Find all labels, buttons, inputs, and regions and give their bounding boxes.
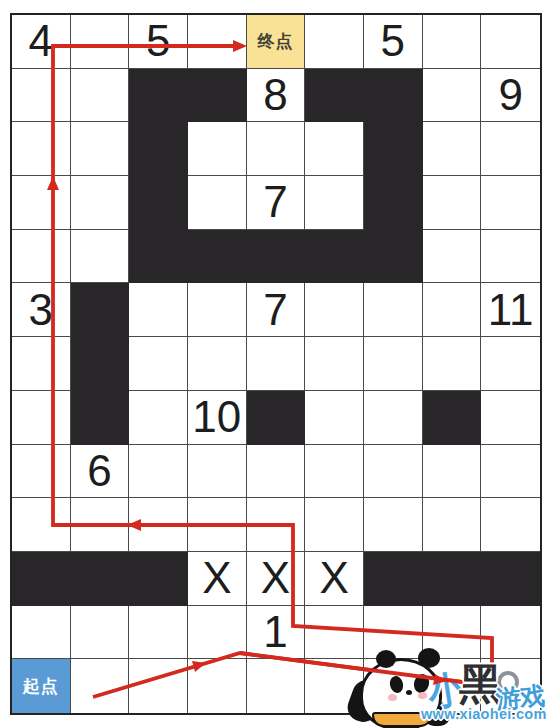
cell-r7c3: [129, 337, 188, 391]
cell-r1c5: 终点: [247, 15, 306, 69]
cell-r1c2: [71, 15, 130, 69]
cell-r13c5: [247, 659, 306, 713]
cell-r9c6: [305, 445, 364, 499]
cell-r9c1: [12, 445, 71, 499]
cell-r7c6: [305, 337, 364, 391]
cell-r7c9: [481, 337, 540, 391]
cell-r10c2: [71, 498, 130, 552]
cell-r5c4: [188, 230, 247, 284]
cell-r12c3: [129, 606, 188, 660]
cell-r10c1: [12, 498, 71, 552]
puzzle-stage: 45终点58973711106XXX1起点 小 黑 游戏 www.xiaohei…: [0, 0, 550, 728]
cell-r6c1: 3: [12, 283, 71, 337]
cell-r13c3: [129, 659, 188, 713]
cell-r8c4: 10: [188, 391, 247, 445]
cell-r8c9: [481, 391, 540, 445]
cell-r10c7: [364, 498, 423, 552]
cell-r4c1: [12, 176, 71, 230]
cell-r1c7: 5: [364, 15, 423, 69]
cell-r5c8: [423, 230, 482, 284]
cell-r7c1: [12, 337, 71, 391]
cell-r1c8: [423, 15, 482, 69]
cell-r7c5: [247, 337, 306, 391]
cell-r4c7: [364, 176, 423, 230]
cell-r6c6: [305, 283, 364, 337]
cell-r13c4: [188, 659, 247, 713]
cell-r9c7: [364, 445, 423, 499]
cell-r6c5: 7: [247, 283, 306, 337]
cell-r13c1: 起点: [12, 659, 71, 713]
cell-r6c9: 11: [481, 283, 540, 337]
cell-r2c5: 8: [247, 69, 306, 123]
cell-r12c6: [305, 606, 364, 660]
cell-r5c3: [129, 230, 188, 284]
cell-r10c6: [305, 498, 364, 552]
cell-r8c7: [364, 391, 423, 445]
cell-r5c5: [247, 230, 306, 284]
cell-r8c5: [247, 391, 306, 445]
cell-r13c7: [364, 659, 423, 713]
cell-r2c2: [71, 69, 130, 123]
cell-r2c9: 9: [481, 69, 540, 123]
cell-r7c7: [364, 337, 423, 391]
cell-r7c4: [188, 337, 247, 391]
cell-r2c1: [12, 69, 71, 123]
cell-r8c8: [423, 391, 482, 445]
cell-r4c2: [71, 176, 130, 230]
cell-r3c3: [129, 122, 188, 176]
cell-r1c3: 5: [129, 15, 188, 69]
cell-r13c9: [481, 659, 540, 713]
cell-r1c9: [481, 15, 540, 69]
cell-r9c8: [423, 445, 482, 499]
cell-r1c6: [305, 15, 364, 69]
cell-r5c9: [481, 230, 540, 284]
cell-r3c8: [423, 122, 482, 176]
cell-r3c9: [481, 122, 540, 176]
cell-r4c6: [305, 176, 364, 230]
cell-r12c7: [364, 606, 423, 660]
cell-r12c2: [71, 606, 130, 660]
cell-r5c6: [305, 230, 364, 284]
cell-r7c8: [423, 337, 482, 391]
cell-r10c3: [129, 498, 188, 552]
cell-r12c8: [423, 606, 482, 660]
cell-r6c7: [364, 283, 423, 337]
cell-r9c5: [247, 445, 306, 499]
cell-r7c2: [71, 337, 130, 391]
cell-r12c5: 1: [247, 606, 306, 660]
cell-r6c8: [423, 283, 482, 337]
cell-r4c3: [129, 176, 188, 230]
cell-r10c9: [481, 498, 540, 552]
cell-r10c8: [423, 498, 482, 552]
cell-r6c2: [71, 283, 130, 337]
cell-r11c4: X: [188, 552, 247, 606]
cell-r11c6: X: [305, 552, 364, 606]
cell-r2c4: [188, 69, 247, 123]
cell-r9c2: 6: [71, 445, 130, 499]
cell-r12c1: [12, 606, 71, 660]
cell-r4c9: [481, 176, 540, 230]
cell-r6c3: [129, 283, 188, 337]
cell-r1c1: 4: [12, 15, 71, 69]
cell-r1c4: [188, 15, 247, 69]
cell-r8c6: [305, 391, 364, 445]
cell-r4c8: [423, 176, 482, 230]
cell-r3c5: [247, 122, 306, 176]
cell-r3c4: [188, 122, 247, 176]
cell-r9c4: [188, 445, 247, 499]
cell-r2c3: [129, 69, 188, 123]
cell-r12c4: [188, 606, 247, 660]
cell-r3c6: [305, 122, 364, 176]
cell-r9c3: [129, 445, 188, 499]
cell-r11c3: [129, 552, 188, 606]
cell-r11c8: [423, 552, 482, 606]
cell-r13c8: [423, 659, 482, 713]
cell-r11c2: [71, 552, 130, 606]
cell-r11c5: X: [247, 552, 306, 606]
cell-r5c7: [364, 230, 423, 284]
cell-r6c4: [188, 283, 247, 337]
cell-r3c7: [364, 122, 423, 176]
cell-r5c2: [71, 230, 130, 284]
cell-r12c9: [481, 606, 540, 660]
cell-r2c8: [423, 69, 482, 123]
cell-r10c5: [247, 498, 306, 552]
cell-r11c9: [481, 552, 540, 606]
cell-r11c1: [12, 552, 71, 606]
cell-r13c2: [71, 659, 130, 713]
cell-r5c1: [12, 230, 71, 284]
cell-r11c7: [364, 552, 423, 606]
cell-r10c4: [188, 498, 247, 552]
cell-r9c9: [481, 445, 540, 499]
cell-r8c2: [71, 391, 130, 445]
cell-r3c2: [71, 122, 130, 176]
cell-r3c1: [12, 122, 71, 176]
cell-r2c7: [364, 69, 423, 123]
cell-r13c6: [305, 659, 364, 713]
cell-r8c3: [129, 391, 188, 445]
cell-r8c1: [12, 391, 71, 445]
puzzle-board: 45终点58973711106XXX1起点: [10, 13, 542, 715]
cell-r4c5: 7: [247, 176, 306, 230]
cell-r2c6: [305, 69, 364, 123]
cell-r4c4: [188, 176, 247, 230]
